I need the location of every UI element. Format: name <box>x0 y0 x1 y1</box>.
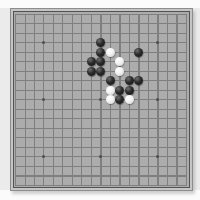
white-stone <box>115 57 124 66</box>
black-stone <box>87 57 96 66</box>
star-point <box>42 98 45 101</box>
star-point <box>156 155 159 158</box>
black-stone <box>96 57 105 66</box>
star-point <box>99 155 102 158</box>
black-stone <box>125 86 134 95</box>
black-stone <box>87 67 96 76</box>
black-stone <box>125 76 134 85</box>
star-point <box>99 98 102 101</box>
black-stone <box>106 76 115 85</box>
black-stone <box>96 38 105 47</box>
star-point <box>156 41 159 44</box>
top-margin-strip <box>0 0 200 8</box>
board-grid[interactable] <box>15 14 187 186</box>
white-stone <box>106 95 115 104</box>
star-point <box>156 98 159 101</box>
white-stone <box>125 95 134 104</box>
star-point <box>42 155 45 158</box>
white-stone <box>106 48 115 57</box>
black-stone <box>115 86 124 95</box>
black-stone <box>134 76 143 85</box>
bottom-margin-strip <box>0 190 200 200</box>
white-stone <box>115 67 124 76</box>
go-board <box>10 8 193 191</box>
black-stone <box>96 48 105 57</box>
black-stone <box>96 67 105 76</box>
screenshot-background: { "game": "go", "board": { "size": 19, "… <box>0 0 200 200</box>
black-stone <box>115 95 124 104</box>
black-stone <box>134 48 143 57</box>
star-point <box>42 41 45 44</box>
white-stone <box>106 86 115 95</box>
